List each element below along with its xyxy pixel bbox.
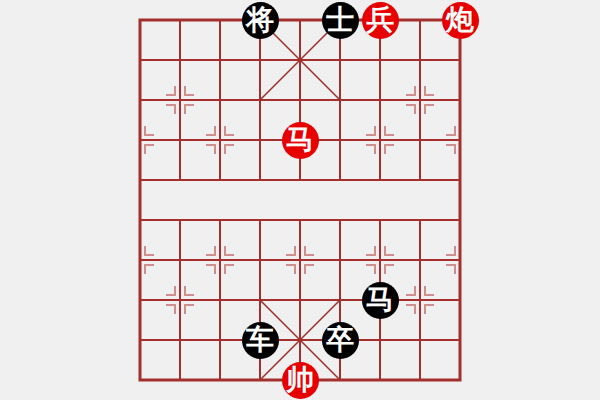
piece-black-advisor[interactable]: 士: [322, 2, 359, 39]
piece-red-general[interactable]: 帅: [282, 362, 319, 399]
xiangqi-diagram: 将士兵炮马马车卒帅: [0, 0, 600, 400]
piece-red-cannon[interactable]: 炮: [442, 2, 479, 39]
piece-black-horse[interactable]: 马: [362, 282, 399, 319]
piece-black-general[interactable]: 将: [242, 2, 279, 39]
piece-black-chariot[interactable]: 车: [242, 322, 279, 359]
piece-red-horse[interactable]: 马: [282, 122, 319, 159]
piece-black-soldier[interactable]: 卒: [322, 322, 359, 359]
piece-red-soldier[interactable]: 兵: [362, 2, 399, 39]
pieces-grid: 将士兵炮马马车卒帅: [120, 0, 480, 400]
